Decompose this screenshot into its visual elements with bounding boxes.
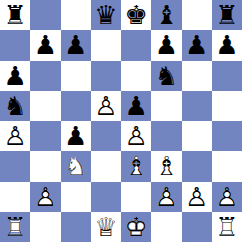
square-e7[interactable] [121,30,151,60]
square-c3[interactable]: ♞♘ [61,151,91,181]
square-a6[interactable]: ♟ [0,61,30,91]
piece-black-pawn: ♟ [182,30,212,60]
black-piece-glyph: ♟ [61,30,91,60]
square-e5[interactable]: ♟ [121,91,151,121]
piece-white-queen: ♛♕ [91,212,121,242]
chess-board: ♜♛♚♝♜♟♟♟♟♟♟♞♞♟♙♟♟♙♟♟♙♞♘♝♗♝♗♟♙♟♙♟♙♟♙♜♖♛♕♚… [0,0,242,242]
piece-white-rook: ♜♖ [212,212,242,242]
square-e3[interactable]: ♝♗ [121,151,151,181]
square-c7[interactable]: ♟ [61,30,91,60]
square-d3[interactable] [91,151,121,181]
square-d2[interactable] [91,182,121,212]
square-a2[interactable] [0,182,30,212]
white-piece-outline-glyph: ♙ [121,121,151,151]
piece-white-pawn: ♟♙ [30,182,60,212]
square-a3[interactable] [0,151,30,181]
square-c1[interactable] [61,212,91,242]
square-c2[interactable] [61,182,91,212]
square-h5[interactable] [212,91,242,121]
black-piece-glyph: ♟ [151,30,181,60]
piece-black-pawn: ♟ [212,30,242,60]
white-piece-outline-glyph: ♙ [212,182,242,212]
white-piece-outline-glyph: ♙ [30,182,60,212]
square-b2[interactable]: ♟♙ [30,182,60,212]
square-b8[interactable] [30,0,60,30]
square-b1[interactable] [30,212,60,242]
square-c8[interactable] [61,0,91,30]
piece-white-pawn: ♟♙ [91,91,121,121]
white-piece-outline-glyph: ♙ [91,91,121,121]
square-g2[interactable]: ♟♙ [182,182,212,212]
piece-black-pawn: ♟ [61,121,91,151]
square-g8[interactable] [182,0,212,30]
square-a7[interactable] [0,30,30,60]
square-d5[interactable]: ♟♙ [91,91,121,121]
square-h6[interactable] [212,61,242,91]
black-piece-glyph: ♚ [121,0,151,30]
square-g1[interactable] [182,212,212,242]
white-piece-outline-glyph: ♙ [182,182,212,212]
piece-white-bishop: ♝♗ [121,151,151,181]
piece-black-rook: ♜ [212,0,242,30]
square-g4[interactable] [182,121,212,151]
piece-black-pawn: ♟ [121,91,151,121]
black-piece-glyph: ♟ [121,91,151,121]
square-h1[interactable]: ♜♖ [212,212,242,242]
square-g7[interactable]: ♟ [182,30,212,60]
square-d8[interactable]: ♛ [91,0,121,30]
white-piece-outline-glyph: ♕ [91,212,121,242]
piece-black-pawn: ♟ [151,30,181,60]
black-piece-glyph: ♜ [212,0,242,30]
square-e2[interactable] [121,182,151,212]
black-piece-glyph: ♝ [151,0,181,30]
piece-black-king: ♚ [121,0,151,30]
square-e6[interactable] [121,61,151,91]
black-piece-glyph: ♞ [151,61,181,91]
white-piece-outline-glyph: ♙ [0,121,30,151]
piece-black-knight: ♞ [0,91,30,121]
piece-black-bishop: ♝ [151,0,181,30]
black-piece-glyph: ♛ [91,0,121,30]
piece-white-knight: ♞♘ [61,151,91,181]
square-h4[interactable] [212,121,242,151]
square-a5[interactable]: ♞ [0,91,30,121]
square-d1[interactable]: ♛♕ [91,212,121,242]
piece-white-rook: ♜♖ [0,212,30,242]
square-f1[interactable] [151,212,181,242]
piece-white-bishop: ♝♗ [151,151,181,181]
piece-black-knight: ♞ [151,61,181,91]
square-a8[interactable]: ♜ [0,0,30,30]
white-piece-outline-glyph: ♖ [0,212,30,242]
black-piece-glyph: ♟ [212,30,242,60]
white-piece-outline-glyph: ♗ [121,151,151,181]
square-b5[interactable] [30,91,60,121]
square-e4[interactable]: ♟♙ [121,121,151,151]
square-c5[interactable] [61,91,91,121]
square-f6[interactable]: ♞ [151,61,181,91]
square-a1[interactable]: ♜♖ [0,212,30,242]
square-b6[interactable] [30,61,60,91]
piece-white-pawn: ♟♙ [212,182,242,212]
black-piece-glyph: ♟ [182,30,212,60]
square-g3[interactable] [182,151,212,181]
square-f8[interactable]: ♝ [151,0,181,30]
square-h7[interactable]: ♟ [212,30,242,60]
square-f3[interactable]: ♝♗ [151,151,181,181]
square-c6[interactable] [61,61,91,91]
square-g5[interactable] [182,91,212,121]
white-piece-outline-glyph: ♔ [121,212,151,242]
square-e1[interactable]: ♚♔ [121,212,151,242]
square-d6[interactable] [91,61,121,91]
square-d7[interactable] [91,30,121,60]
square-f2[interactable]: ♟♙ [151,182,181,212]
black-piece-glyph: ♟ [0,61,30,91]
black-piece-glyph: ♟ [30,30,60,60]
piece-black-pawn: ♟ [0,61,30,91]
square-g6[interactable] [182,61,212,91]
square-h3[interactable] [212,151,242,181]
piece-white-pawn: ♟♙ [151,182,181,212]
piece-white-king: ♚♔ [121,212,151,242]
white-piece-outline-glyph: ♖ [212,212,242,242]
square-d4[interactable] [91,121,121,151]
piece-white-pawn: ♟♙ [0,121,30,151]
square-b7[interactable]: ♟ [30,30,60,60]
square-f7[interactable]: ♟ [151,30,181,60]
black-piece-glyph: ♜ [0,0,30,30]
square-a4[interactable]: ♟♙ [0,121,30,151]
white-piece-outline-glyph: ♗ [151,151,181,181]
white-piece-outline-glyph: ♙ [151,182,181,212]
black-piece-glyph: ♟ [61,121,91,151]
piece-black-queen: ♛ [91,0,121,30]
piece-black-pawn: ♟ [30,30,60,60]
square-f5[interactable] [151,91,181,121]
square-c4[interactable]: ♟ [61,121,91,151]
black-piece-glyph: ♞ [0,91,30,121]
white-piece-outline-glyph: ♘ [61,151,91,181]
piece-white-pawn: ♟♙ [121,121,151,151]
square-f4[interactable] [151,121,181,151]
square-h8[interactable]: ♜ [212,0,242,30]
square-b3[interactable] [30,151,60,181]
piece-black-rook: ♜ [0,0,30,30]
piece-white-pawn: ♟♙ [182,182,212,212]
square-b4[interactable] [30,121,60,151]
piece-black-pawn: ♟ [61,30,91,60]
square-h2[interactable]: ♟♙ [212,182,242,212]
square-e8[interactable]: ♚ [121,0,151,30]
